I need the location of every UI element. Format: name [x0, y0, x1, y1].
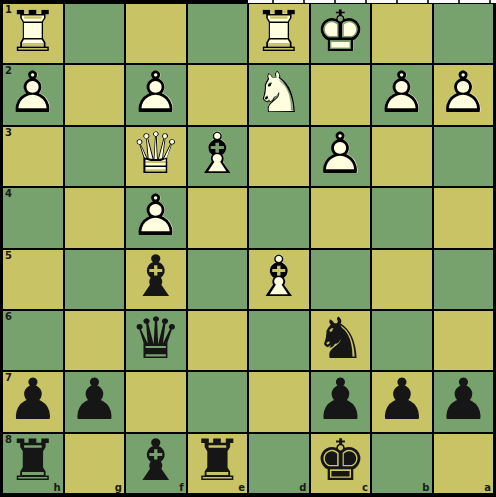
square-g3[interactable]	[65, 127, 125, 186]
rank-label: 2	[5, 65, 12, 77]
rank-label: 5	[5, 250, 12, 262]
chess-board-screen: 1♜♖♜♖♚♔2♟♙♟♙♞♘♟♙♟♙3♛♕♝♗♟♙4♟♙5♝♝♗6♛♞7♟♟♟♟…	[0, 0, 496, 497]
rank-label: 3	[5, 127, 12, 139]
square-g8[interactable]: g	[65, 434, 125, 493]
chess-board: 1♜♖♜♖♚♔2♟♙♟♙♞♘♟♙♟♙3♛♕♝♗♟♙4♟♙5♝♝♗6♛♞7♟♟♟♟…	[0, 0, 496, 497]
square-h5[interactable]: 5	[3, 250, 63, 309]
square-b5[interactable]	[372, 250, 432, 309]
white-pawn: ♟♙	[126, 65, 186, 124]
square-c1[interactable]: ♚♔	[311, 4, 371, 63]
file-label: h	[53, 482, 60, 493]
white-bishop: ♝♗	[249, 250, 309, 309]
square-b7[interactable]: ♟	[372, 372, 432, 431]
square-d1[interactable]: ♜♖	[249, 4, 309, 63]
black-pawn: ♟	[65, 372, 125, 431]
square-a5[interactable]	[434, 250, 494, 309]
square-h3[interactable]: 3	[3, 127, 63, 186]
square-a8[interactable]: a	[434, 434, 494, 493]
square-b4[interactable]	[372, 188, 432, 247]
file-label: a	[484, 482, 491, 493]
square-f5[interactable]: ♝	[126, 250, 186, 309]
black-bishop: ♝	[126, 434, 186, 493]
square-c8[interactable]: c♚	[311, 434, 371, 493]
black-pawn: ♟	[372, 372, 432, 431]
square-f3[interactable]: ♛♕	[126, 127, 186, 186]
square-d8[interactable]: d	[249, 434, 309, 493]
file-label: f	[179, 482, 183, 493]
square-h1[interactable]: 1♜♖	[3, 4, 63, 63]
square-a1[interactable]	[434, 4, 494, 63]
black-queen: ♛	[126, 311, 186, 370]
square-d5[interactable]: ♝♗	[249, 250, 309, 309]
square-b2[interactable]: ♟♙	[372, 65, 432, 124]
square-h7[interactable]: 7♟	[3, 372, 63, 431]
rank-label: 7	[5, 372, 12, 384]
file-label: d	[299, 482, 306, 493]
square-e3[interactable]: ♝♗	[188, 127, 248, 186]
square-f4[interactable]: ♟♙	[126, 188, 186, 247]
square-a6[interactable]	[434, 311, 494, 370]
black-king: ♚	[311, 434, 371, 493]
white-king: ♚♔	[311, 4, 371, 63]
square-h6[interactable]: 6	[3, 311, 63, 370]
black-pawn: ♟	[434, 372, 494, 431]
cropped-ui-edge	[248, 0, 496, 3]
file-label: e	[238, 482, 245, 493]
square-g7[interactable]: ♟	[65, 372, 125, 431]
white-knight: ♞♘	[249, 65, 309, 124]
square-b6[interactable]	[372, 311, 432, 370]
square-g4[interactable]	[65, 188, 125, 247]
square-e5[interactable]	[188, 250, 248, 309]
square-e4[interactable]	[188, 188, 248, 247]
white-pawn: ♟♙	[434, 65, 494, 124]
square-b3[interactable]	[372, 127, 432, 186]
square-a7[interactable]: ♟	[434, 372, 494, 431]
square-d6[interactable]	[249, 311, 309, 370]
square-b8[interactable]: b	[372, 434, 432, 493]
rank-label: 4	[5, 188, 12, 200]
square-d4[interactable]	[249, 188, 309, 247]
square-h2[interactable]: 2♟♙	[3, 65, 63, 124]
square-f1[interactable]	[126, 4, 186, 63]
square-f7[interactable]	[126, 372, 186, 431]
square-d7[interactable]	[249, 372, 309, 431]
square-c3[interactable]: ♟♙	[311, 127, 371, 186]
square-c2[interactable]	[311, 65, 371, 124]
black-bishop: ♝	[126, 250, 186, 309]
rank-label: 1	[5, 4, 12, 16]
square-e7[interactable]	[188, 372, 248, 431]
square-f2[interactable]: ♟♙	[126, 65, 186, 124]
square-e1[interactable]	[188, 4, 248, 63]
white-queen: ♛♕	[126, 127, 186, 186]
square-a2[interactable]: ♟♙	[434, 65, 494, 124]
square-f8[interactable]: f♝	[126, 434, 186, 493]
square-h4[interactable]: 4	[3, 188, 63, 247]
square-c4[interactable]	[311, 188, 371, 247]
white-pawn: ♟♙	[372, 65, 432, 124]
black-knight: ♞	[311, 311, 371, 370]
square-c7[interactable]: ♟	[311, 372, 371, 431]
square-e6[interactable]	[188, 311, 248, 370]
square-g2[interactable]	[65, 65, 125, 124]
square-e8[interactable]: e♜	[188, 434, 248, 493]
black-pawn: ♟	[311, 372, 371, 431]
square-d3[interactable]	[249, 127, 309, 186]
white-rook: ♜♖	[249, 4, 309, 63]
square-g5[interactable]	[65, 250, 125, 309]
square-e2[interactable]	[188, 65, 248, 124]
square-c5[interactable]	[311, 250, 371, 309]
square-h8[interactable]: 8h♜	[3, 434, 63, 493]
rank-label: 8	[5, 434, 12, 446]
square-b1[interactable]	[372, 4, 432, 63]
square-c6[interactable]: ♞	[311, 311, 371, 370]
file-label: b	[422, 482, 429, 493]
square-d2[interactable]: ♞♘	[249, 65, 309, 124]
square-f6[interactable]: ♛	[126, 311, 186, 370]
white-pawn: ♟♙	[126, 188, 186, 247]
file-label: c	[362, 482, 368, 493]
rank-label: 6	[5, 311, 12, 323]
square-a3[interactable]	[434, 127, 494, 186]
square-g1[interactable]	[65, 4, 125, 63]
square-g6[interactable]	[65, 311, 125, 370]
square-a4[interactable]	[434, 188, 494, 247]
white-bishop: ♝♗	[188, 127, 248, 186]
white-pawn: ♟♙	[311, 127, 371, 186]
file-label: g	[115, 482, 122, 493]
